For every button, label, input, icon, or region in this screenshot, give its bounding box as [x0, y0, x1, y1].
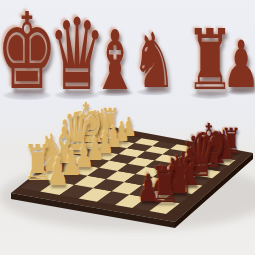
red-knight-icon: ♞: [132, 23, 176, 99]
chess-set-photo: ♜♟♞♟♝♟♚♟♟♜♟♛♞♟♟♝♝♟♟♚♞♟♟♛♜♟♟♝♟♞♟♜ ♚♛♝♞♜♟: [0, 0, 255, 255]
red-pawn-icon: ♟: [222, 33, 255, 98]
red-piece-lineup: ♚♛♝♞♜♟: [0, 0, 255, 255]
